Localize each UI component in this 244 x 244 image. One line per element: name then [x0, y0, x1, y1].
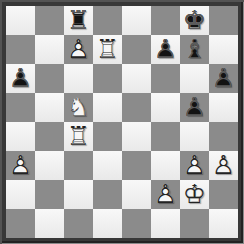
piece-white-pawn-icon[interactable]: ♟♙ — [151, 180, 180, 209]
piece-white-rook-icon[interactable]: ♜♖ — [64, 122, 93, 151]
square-c3[interactable] — [64, 151, 93, 180]
square-e3[interactable] — [122, 151, 151, 180]
square-c4[interactable]: ♜♖ — [64, 122, 93, 151]
square-a1[interactable] — [6, 209, 35, 238]
square-c2[interactable] — [64, 180, 93, 209]
square-b1[interactable] — [35, 209, 64, 238]
square-d6[interactable] — [93, 64, 122, 93]
square-f8[interactable] — [151, 6, 180, 35]
piece-white-pawn-icon[interactable]: ♟♙ — [209, 151, 238, 180]
square-g6[interactable] — [180, 64, 209, 93]
square-b2[interactable] — [35, 180, 64, 209]
square-c6[interactable] — [64, 64, 93, 93]
square-e5[interactable] — [122, 93, 151, 122]
chess-board: ♜♖♚♔♟♙♜♖♟♙♝♗♟♙♟♙♞♘♟♙♜♖♟♙♟♙♟♙♟♙♚♔ — [6, 6, 238, 238]
square-g3[interactable]: ♟♙ — [180, 151, 209, 180]
piece-white-pawn-icon[interactable]: ♟♙ — [6, 151, 35, 180]
square-h7[interactable] — [209, 35, 238, 64]
piece-white-king-icon[interactable]: ♚♔ — [180, 180, 209, 209]
square-f5[interactable] — [151, 93, 180, 122]
piece-outline: ♙ — [6, 151, 35, 180]
square-b3[interactable] — [35, 151, 64, 180]
square-h2[interactable] — [209, 180, 238, 209]
square-g1[interactable] — [180, 209, 209, 238]
piece-outline: ♙ — [151, 35, 180, 64]
piece-outline: ♖ — [64, 6, 93, 35]
piece-black-pawn-icon[interactable]: ♟♙ — [151, 35, 180, 64]
piece-black-rook-icon[interactable]: ♜♖ — [64, 6, 93, 35]
square-d4[interactable] — [93, 122, 122, 151]
square-a6[interactable]: ♟♙ — [6, 64, 35, 93]
square-f1[interactable] — [151, 209, 180, 238]
square-g2[interactable]: ♚♔ — [180, 180, 209, 209]
piece-outline: ♙ — [6, 64, 35, 93]
piece-outline: ♙ — [209, 64, 238, 93]
square-b8[interactable] — [35, 6, 64, 35]
piece-outline: ♙ — [64, 35, 93, 64]
square-h1[interactable] — [209, 209, 238, 238]
square-f2[interactable]: ♟♙ — [151, 180, 180, 209]
square-c5[interactable]: ♞♘ — [64, 93, 93, 122]
square-e4[interactable] — [122, 122, 151, 151]
piece-white-rook-icon[interactable]: ♜♖ — [93, 35, 122, 64]
square-h8[interactable] — [209, 6, 238, 35]
square-c8[interactable]: ♜♖ — [64, 6, 93, 35]
square-h3[interactable]: ♟♙ — [209, 151, 238, 180]
square-c1[interactable] — [64, 209, 93, 238]
square-a2[interactable] — [6, 180, 35, 209]
square-a8[interactable] — [6, 6, 35, 35]
piece-black-king-icon[interactable]: ♚♔ — [180, 6, 209, 35]
chess-diagram: ♜♖♚♔♟♙♜♖♟♙♝♗♟♙♟♙♞♘♟♙♜♖♟♙♟♙♟♙♟♙♚♔ — [0, 0, 244, 244]
square-h6[interactable]: ♟♙ — [209, 64, 238, 93]
piece-outline: ♙ — [151, 180, 180, 209]
square-f6[interactable] — [151, 64, 180, 93]
square-e8[interactable] — [122, 6, 151, 35]
square-b7[interactable] — [35, 35, 64, 64]
square-f3[interactable] — [151, 151, 180, 180]
piece-outline: ♙ — [180, 151, 209, 180]
square-d8[interactable] — [93, 6, 122, 35]
square-d5[interactable] — [93, 93, 122, 122]
square-a7[interactable] — [6, 35, 35, 64]
square-d3[interactable] — [93, 151, 122, 180]
piece-white-knight-icon[interactable]: ♞♘ — [64, 93, 93, 122]
piece-outline: ♔ — [180, 6, 209, 35]
square-g7[interactable]: ♝♗ — [180, 35, 209, 64]
piece-outline: ♖ — [64, 122, 93, 151]
piece-outline: ♖ — [93, 35, 122, 64]
square-e6[interactable] — [122, 64, 151, 93]
piece-black-pawn-icon[interactable]: ♟♙ — [180, 93, 209, 122]
square-f7[interactable]: ♟♙ — [151, 35, 180, 64]
piece-outline: ♔ — [180, 180, 209, 209]
square-f4[interactable] — [151, 122, 180, 151]
piece-white-pawn-icon[interactable]: ♟♙ — [64, 35, 93, 64]
square-d2[interactable] — [93, 180, 122, 209]
piece-outline: ♘ — [64, 93, 93, 122]
square-a4[interactable] — [6, 122, 35, 151]
square-d1[interactable] — [93, 209, 122, 238]
square-e1[interactable] — [122, 209, 151, 238]
square-a5[interactable] — [6, 93, 35, 122]
piece-outline: ♙ — [209, 151, 238, 180]
square-b4[interactable] — [35, 122, 64, 151]
piece-black-bishop-icon[interactable]: ♝♗ — [180, 35, 209, 64]
square-b5[interactable] — [35, 93, 64, 122]
piece-black-pawn-icon[interactable]: ♟♙ — [209, 64, 238, 93]
square-c7[interactable]: ♟♙ — [64, 35, 93, 64]
square-g8[interactable]: ♚♔ — [180, 6, 209, 35]
square-g5[interactable]: ♟♙ — [180, 93, 209, 122]
square-h4[interactable] — [209, 122, 238, 151]
square-h5[interactable] — [209, 93, 238, 122]
piece-outline: ♙ — [180, 93, 209, 122]
square-a3[interactable]: ♟♙ — [6, 151, 35, 180]
square-d7[interactable]: ♜♖ — [93, 35, 122, 64]
piece-black-pawn-icon[interactable]: ♟♙ — [6, 64, 35, 93]
piece-outline: ♗ — [180, 35, 209, 64]
square-e7[interactable] — [122, 35, 151, 64]
square-b6[interactable] — [35, 64, 64, 93]
piece-white-pawn-icon[interactable]: ♟♙ — [180, 151, 209, 180]
square-g4[interactable] — [180, 122, 209, 151]
square-e2[interactable] — [122, 180, 151, 209]
